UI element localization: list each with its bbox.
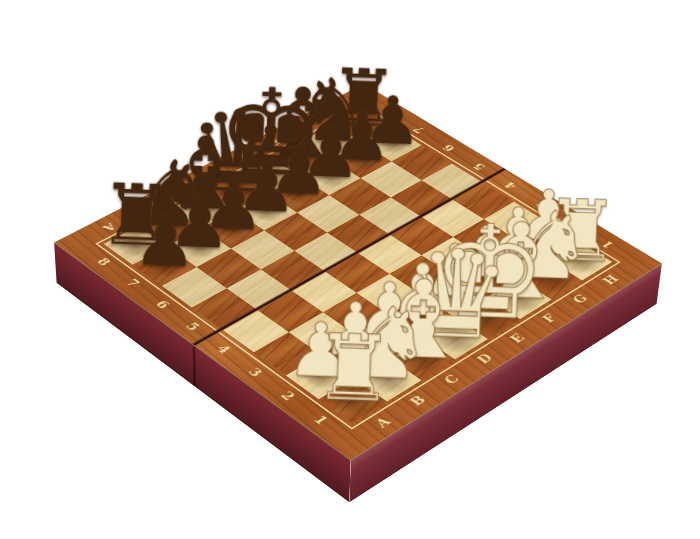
chess-board: 8877665544332211HHGGFFEEDDCCBBAA ♜♞♝♛♚♝♞… <box>54 84 662 461</box>
camera-perspective-wrapper: 8877665544332211HHGGFFEEDDCCBBAA ♜♞♝♛♚♝♞… <box>136 31 581 476</box>
black-pawn-glyph: ♟ <box>88 203 242 279</box>
board-surface: 8877665544332211HHGGFFEEDDCCBBAA ♜♞♝♛♚♝♞… <box>54 84 662 461</box>
white-rook-glyph: ♜ <box>271 320 436 416</box>
product-photo-scene: 8877665544332211HHGGFFEEDDCCBBAA ♜♞♝♛♚♝♞… <box>0 0 700 539</box>
